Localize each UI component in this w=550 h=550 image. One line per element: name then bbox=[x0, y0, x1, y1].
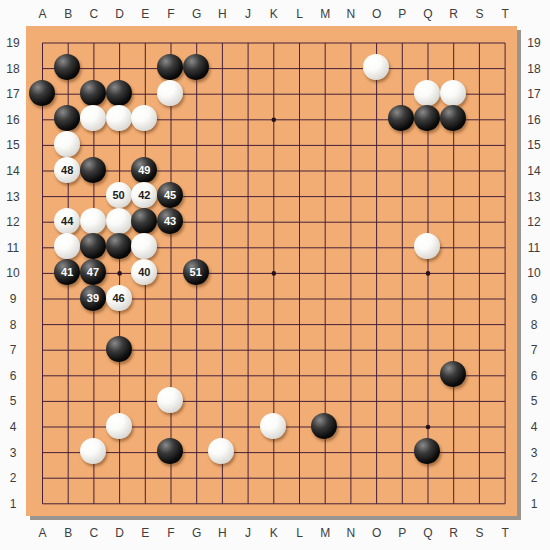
row-label-right-5: 5 bbox=[521, 393, 547, 409]
black-stone-B10: 41 bbox=[54, 259, 80, 285]
col-label-bottom-K: K bbox=[261, 525, 287, 541]
row-label-left-1: 1 bbox=[2, 496, 24, 512]
col-label-top-H: H bbox=[209, 6, 235, 22]
star-point-K10 bbox=[272, 271, 277, 276]
white-stone-D13: 50 bbox=[106, 182, 132, 208]
col-label-top-D: D bbox=[107, 6, 133, 22]
white-stone-B12: 44 bbox=[54, 208, 80, 234]
row-label-left-13: 13 bbox=[2, 189, 24, 205]
col-label-top-Q: Q bbox=[415, 6, 441, 22]
col-label-top-N: N bbox=[338, 6, 364, 22]
black-stone-D11 bbox=[106, 233, 132, 259]
row-label-left-14: 14 bbox=[2, 163, 24, 179]
white-stone-O18 bbox=[363, 54, 389, 80]
star-point-D10 bbox=[117, 271, 122, 276]
col-label-bottom-E: E bbox=[132, 525, 158, 541]
row-label-right-6: 6 bbox=[521, 368, 547, 384]
col-label-bottom-F: F bbox=[158, 525, 184, 541]
row-label-right-17: 17 bbox=[521, 86, 547, 102]
row-label-right-1: 1 bbox=[521, 496, 547, 512]
row-label-left-5: 5 bbox=[2, 393, 24, 409]
black-stone-F13: 45 bbox=[157, 182, 183, 208]
col-label-bottom-B: B bbox=[55, 525, 81, 541]
move-number-46: 46 bbox=[112, 285, 124, 311]
black-stone-M4 bbox=[311, 413, 337, 439]
col-label-bottom-H: H bbox=[209, 525, 235, 541]
black-stone-F12: 43 bbox=[157, 208, 183, 234]
col-label-bottom-L: L bbox=[287, 525, 313, 541]
row-label-left-10: 10 bbox=[2, 265, 24, 281]
col-label-top-G: G bbox=[184, 6, 210, 22]
row-label-right-3: 3 bbox=[521, 445, 547, 461]
black-stone-C14 bbox=[80, 157, 106, 183]
move-number-51: 51 bbox=[190, 259, 202, 285]
move-number-45: 45 bbox=[164, 182, 176, 208]
white-stone-Q17 bbox=[414, 80, 440, 106]
col-label-top-J: J bbox=[235, 6, 261, 22]
col-label-bottom-J: J bbox=[235, 525, 261, 541]
black-stone-C10: 47 bbox=[80, 259, 106, 285]
row-label-left-16: 16 bbox=[2, 112, 24, 128]
row-label-right-16: 16 bbox=[521, 112, 547, 128]
row-label-right-12: 12 bbox=[521, 214, 547, 230]
row-label-left-8: 8 bbox=[2, 317, 24, 333]
row-label-left-3: 3 bbox=[2, 445, 24, 461]
move-number-50: 50 bbox=[112, 182, 124, 208]
row-label-right-7: 7 bbox=[521, 342, 547, 358]
row-label-right-10: 10 bbox=[521, 265, 547, 281]
col-label-bottom-T: T bbox=[492, 525, 518, 541]
move-number-39: 39 bbox=[87, 285, 99, 311]
col-label-top-E: E bbox=[132, 6, 158, 22]
row-label-left-11: 11 bbox=[2, 240, 24, 256]
row-label-right-4: 4 bbox=[521, 419, 547, 435]
row-label-right-14: 14 bbox=[521, 163, 547, 179]
row-label-left-15: 15 bbox=[2, 137, 24, 153]
black-stone-C11 bbox=[80, 233, 106, 259]
move-number-47: 47 bbox=[87, 259, 99, 285]
row-label-right-18: 18 bbox=[521, 61, 547, 77]
row-label-left-19: 19 bbox=[2, 35, 24, 51]
black-stone-E14: 49 bbox=[131, 157, 157, 183]
row-label-left-4: 4 bbox=[2, 419, 24, 435]
col-label-bottom-O: O bbox=[364, 525, 390, 541]
move-number-48: 48 bbox=[61, 157, 73, 183]
black-stone-Q3 bbox=[414, 438, 440, 464]
white-stone-E10: 40 bbox=[131, 259, 157, 285]
white-stone-B14: 48 bbox=[54, 157, 80, 183]
row-label-left-2: 2 bbox=[2, 470, 24, 486]
black-stone-F18 bbox=[157, 54, 183, 80]
black-stone-D7 bbox=[106, 336, 132, 362]
black-stone-A17 bbox=[29, 80, 55, 106]
white-stone-C3 bbox=[80, 438, 106, 464]
col-label-bottom-S: S bbox=[466, 525, 492, 541]
black-stone-C17 bbox=[80, 80, 106, 106]
col-label-top-T: T bbox=[492, 6, 518, 22]
white-stone-F5 bbox=[157, 387, 183, 413]
white-stone-D4 bbox=[106, 413, 132, 439]
col-label-top-C: C bbox=[81, 6, 107, 22]
move-number-42: 42 bbox=[138, 182, 150, 208]
black-stone-G10: 51 bbox=[183, 259, 209, 285]
row-label-right-13: 13 bbox=[521, 189, 547, 205]
white-stone-C12 bbox=[80, 208, 106, 234]
black-stone-D17 bbox=[106, 80, 132, 106]
row-label-right-2: 2 bbox=[521, 470, 547, 486]
star-point-K16 bbox=[272, 118, 277, 123]
black-stone-C9: 39 bbox=[80, 285, 106, 311]
black-stone-R16 bbox=[440, 105, 466, 131]
white-stone-C16 bbox=[80, 105, 106, 131]
col-label-top-F: F bbox=[158, 6, 184, 22]
col-label-bottom-M: M bbox=[312, 525, 338, 541]
col-label-bottom-G: G bbox=[184, 525, 210, 541]
white-stone-D12 bbox=[106, 208, 132, 234]
row-label-left-12: 12 bbox=[2, 214, 24, 230]
white-stone-D16 bbox=[106, 105, 132, 131]
row-label-right-19: 19 bbox=[521, 35, 547, 51]
white-stone-B15 bbox=[54, 131, 80, 157]
row-label-right-9: 9 bbox=[521, 291, 547, 307]
col-label-bottom-A: A bbox=[30, 525, 56, 541]
col-label-top-B: B bbox=[55, 6, 81, 22]
black-stone-E12 bbox=[131, 208, 157, 234]
white-stone-F17 bbox=[157, 80, 183, 106]
col-label-bottom-R: R bbox=[441, 525, 467, 541]
row-label-right-11: 11 bbox=[521, 240, 547, 256]
row-label-right-15: 15 bbox=[521, 137, 547, 153]
white-stone-R17 bbox=[440, 80, 466, 106]
col-label-top-P: P bbox=[389, 6, 415, 22]
black-stone-R6 bbox=[440, 361, 466, 387]
move-number-40: 40 bbox=[138, 259, 150, 285]
col-label-bottom-C: C bbox=[81, 525, 107, 541]
row-label-left-7: 7 bbox=[2, 342, 24, 358]
move-number-49: 49 bbox=[138, 157, 150, 183]
col-label-top-S: S bbox=[466, 6, 492, 22]
col-label-top-A: A bbox=[30, 6, 56, 22]
col-label-top-L: L bbox=[287, 6, 313, 22]
col-label-bottom-P: P bbox=[389, 525, 415, 541]
star-point-Q10 bbox=[426, 271, 431, 276]
black-stone-F3 bbox=[157, 438, 183, 464]
row-label-left-6: 6 bbox=[2, 368, 24, 384]
col-label-bottom-D: D bbox=[107, 525, 133, 541]
black-stone-G18 bbox=[183, 54, 209, 80]
move-number-44: 44 bbox=[61, 208, 73, 234]
move-number-43: 43 bbox=[164, 208, 176, 234]
col-label-top-O: O bbox=[364, 6, 390, 22]
white-stone-K4 bbox=[260, 413, 286, 439]
row-label-left-18: 18 bbox=[2, 61, 24, 77]
go-board: 48495042454443414740513946 bbox=[26, 26, 517, 516]
col-label-top-R: R bbox=[441, 6, 467, 22]
white-stone-D9: 46 bbox=[106, 285, 132, 311]
go-diagram-page: 48495042454443414740513946 AABBCCDDEEFFG… bbox=[0, 0, 550, 550]
col-label-bottom-Q: Q bbox=[415, 525, 441, 541]
col-label-top-K: K bbox=[261, 6, 287, 22]
move-number-41: 41 bbox=[61, 259, 73, 285]
star-point-Q4 bbox=[426, 425, 431, 430]
row-label-left-17: 17 bbox=[2, 86, 24, 102]
col-label-bottom-N: N bbox=[338, 525, 364, 541]
row-label-right-8: 8 bbox=[521, 317, 547, 333]
row-label-left-9: 9 bbox=[2, 291, 24, 307]
col-label-top-M: M bbox=[312, 6, 338, 22]
